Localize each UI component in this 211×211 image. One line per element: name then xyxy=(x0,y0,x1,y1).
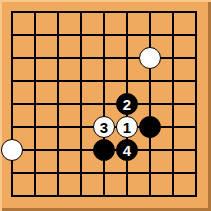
move-number: 1 xyxy=(123,120,131,135)
white-stone: 1 xyxy=(116,116,138,138)
white-stone xyxy=(1,139,23,161)
black-stone xyxy=(93,139,115,161)
move-number: 3 xyxy=(100,120,108,135)
move-number: 4 xyxy=(123,143,131,158)
black-stone: 4 xyxy=(116,139,138,161)
board-intersections: 2314 xyxy=(1,1,208,208)
black-stone: 2 xyxy=(116,93,138,115)
move-number: 2 xyxy=(123,97,131,112)
white-stone xyxy=(139,47,161,69)
go-board: 2314 xyxy=(0,0,211,211)
white-stone: 3 xyxy=(93,116,115,138)
black-stone xyxy=(139,116,161,138)
